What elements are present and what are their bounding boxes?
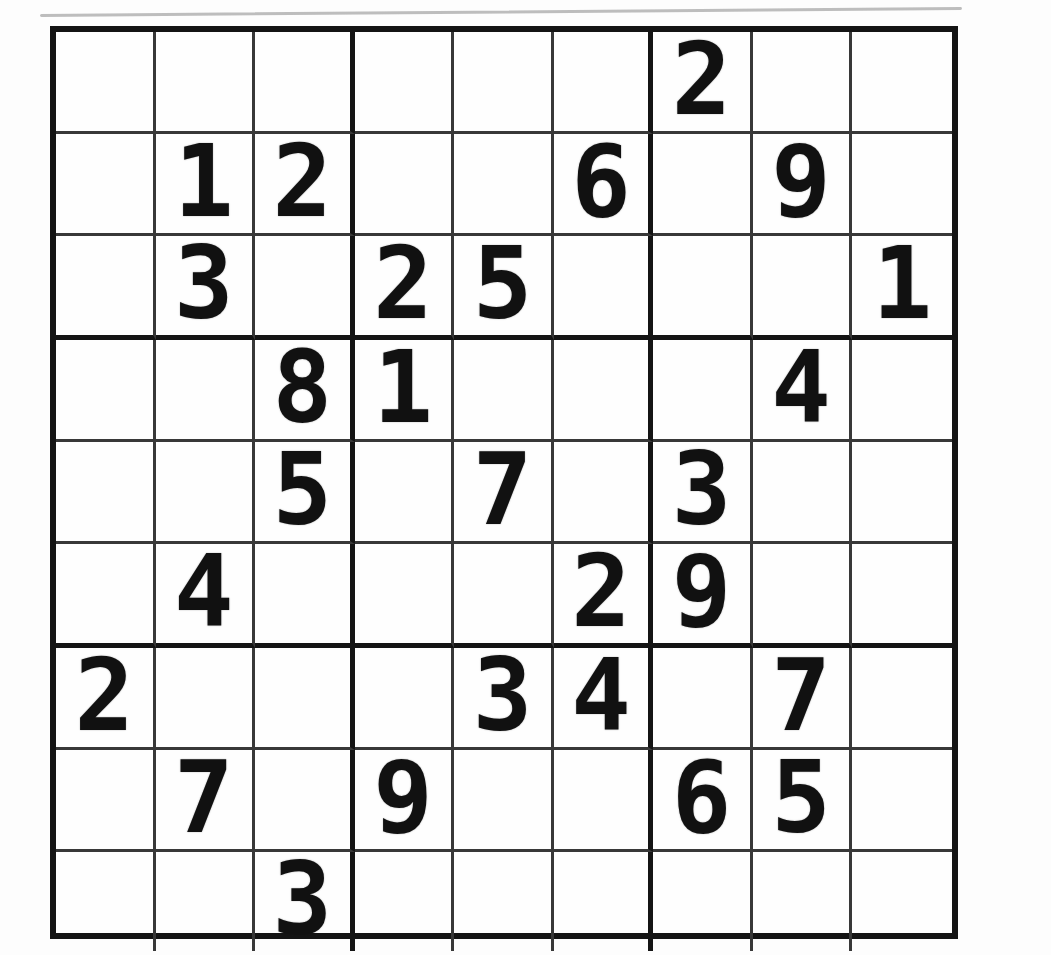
cell-r6c9[interactable] xyxy=(852,544,952,648)
cell-r8c3[interactable] xyxy=(255,750,355,852)
cell-digit: 2 xyxy=(74,646,134,745)
cell-r4c8[interactable]: 4 xyxy=(753,340,853,442)
cell-r2c7[interactable] xyxy=(653,134,753,236)
cell-r2c1[interactable] xyxy=(56,134,156,236)
cell-r4c5[interactable] xyxy=(454,340,554,442)
cell-r2c6[interactable]: 6 xyxy=(554,134,654,236)
cell-digit: 9 xyxy=(672,542,732,641)
cell-digit: 4 xyxy=(174,542,234,641)
cell-r9c1[interactable] xyxy=(56,852,156,951)
cell-r8c6[interactable] xyxy=(554,750,654,852)
cell-digit: 4 xyxy=(571,646,631,745)
cell-digit: 9 xyxy=(771,132,831,231)
cell-r3c5[interactable]: 5 xyxy=(454,236,554,340)
cell-r2c2[interactable]: 1 xyxy=(156,134,256,236)
cell-r5c4[interactable] xyxy=(355,442,455,544)
cell-r6c4[interactable] xyxy=(355,544,455,648)
cell-digit: 4 xyxy=(771,338,831,437)
cell-r7c3[interactable] xyxy=(255,648,355,750)
cell-r1c5[interactable] xyxy=(454,32,554,134)
scan-artifact-line xyxy=(40,7,962,17)
cell-r9c7[interactable] xyxy=(653,852,753,951)
cell-r8c9[interactable] xyxy=(852,750,952,852)
cell-r4c4[interactable]: 1 xyxy=(355,340,455,442)
cell-r4c1[interactable] xyxy=(56,340,156,442)
cell-digit: 8 xyxy=(273,338,333,437)
cell-digit: 2 xyxy=(273,132,333,231)
cell-r8c7[interactable]: 6 xyxy=(653,750,753,852)
cell-r1c2[interactable] xyxy=(156,32,256,134)
cell-r3c3[interactable] xyxy=(255,236,355,340)
cell-r6c2[interactable]: 4 xyxy=(156,544,256,648)
cell-r1c1[interactable] xyxy=(56,32,156,134)
cell-digit: 1 xyxy=(174,132,234,231)
cell-r8c1[interactable] xyxy=(56,750,156,852)
cell-r5c9[interactable] xyxy=(852,442,952,544)
sudoku-board: 212693251814573429234779653 xyxy=(50,26,958,939)
cell-digit: 2 xyxy=(571,542,631,641)
cell-r5c6[interactable] xyxy=(554,442,654,544)
cell-digit: 5 xyxy=(473,234,533,333)
cell-r9c4[interactable] xyxy=(355,852,455,951)
cell-r1c3[interactable] xyxy=(255,32,355,134)
cell-r9c6[interactable] xyxy=(554,852,654,951)
cell-r2c4[interactable] xyxy=(355,134,455,236)
cell-r1c4[interactable] xyxy=(355,32,455,134)
cell-r8c4[interactable]: 9 xyxy=(355,750,455,852)
cell-r6c7[interactable]: 9 xyxy=(653,544,753,648)
cell-r7c7[interactable] xyxy=(653,648,753,750)
cell-r4c3[interactable]: 8 xyxy=(255,340,355,442)
cell-digit: 7 xyxy=(473,440,533,539)
cell-r4c6[interactable] xyxy=(554,340,654,442)
cell-digit: 7 xyxy=(771,646,831,745)
cell-r9c8[interactable] xyxy=(753,852,853,951)
cell-r7c9[interactable] xyxy=(852,648,952,750)
cell-digit: 7 xyxy=(174,748,234,847)
cell-digit: 2 xyxy=(672,30,732,129)
cell-r3c9[interactable]: 1 xyxy=(852,236,952,340)
cell-r7c1[interactable]: 2 xyxy=(56,648,156,750)
cell-r7c8[interactable]: 7 xyxy=(753,648,853,750)
cell-digit: 3 xyxy=(672,440,732,539)
cell-r3c2[interactable]: 3 xyxy=(156,236,256,340)
cell-digit: 3 xyxy=(473,646,533,745)
cell-r9c3[interactable]: 3 xyxy=(255,852,355,951)
cell-r4c9[interactable] xyxy=(852,340,952,442)
cell-r3c6[interactable] xyxy=(554,236,654,340)
cell-r3c4[interactable]: 2 xyxy=(355,236,455,340)
cell-r3c7[interactable] xyxy=(653,236,753,340)
cell-digit: 3 xyxy=(174,234,234,333)
cell-digit: 5 xyxy=(771,748,831,847)
cell-r7c5[interactable]: 3 xyxy=(454,648,554,750)
cell-digit: 9 xyxy=(373,748,433,847)
cell-r9c5[interactable] xyxy=(454,852,554,951)
cell-r7c6[interactable]: 4 xyxy=(554,648,654,750)
cell-r8c8[interactable]: 5 xyxy=(753,750,853,852)
cell-r4c2[interactable] xyxy=(156,340,256,442)
cell-digit: 6 xyxy=(571,132,631,231)
cell-r5c3[interactable]: 5 xyxy=(255,442,355,544)
cell-digit: 1 xyxy=(373,338,433,437)
cell-r1c8[interactable] xyxy=(753,32,853,134)
cell-r6c8[interactable] xyxy=(753,544,853,648)
cell-r1c7[interactable]: 2 xyxy=(653,32,753,134)
cell-digit: 2 xyxy=(373,234,433,333)
cell-digit: 3 xyxy=(273,850,333,949)
cell-digit: 1 xyxy=(872,234,932,333)
cell-digit: 5 xyxy=(273,440,333,539)
cell-r5c8[interactable] xyxy=(753,442,853,544)
cell-r1c6[interactable] xyxy=(554,32,654,134)
cell-r1c9[interactable] xyxy=(852,32,952,134)
cell-r5c5[interactable]: 7 xyxy=(454,442,554,544)
cell-r5c7[interactable]: 3 xyxy=(653,442,753,544)
cell-r7c2[interactable] xyxy=(156,648,256,750)
cell-r4c7[interactable] xyxy=(653,340,753,442)
cell-r2c8[interactable]: 9 xyxy=(753,134,853,236)
cell-r6c1[interactable] xyxy=(56,544,156,648)
cell-r5c1[interactable] xyxy=(56,442,156,544)
cell-r5c2[interactable] xyxy=(156,442,256,544)
cell-r7c4[interactable] xyxy=(355,648,455,750)
cell-r2c5[interactable] xyxy=(454,134,554,236)
cell-r9c9[interactable] xyxy=(852,852,952,951)
cell-r9c2[interactable] xyxy=(156,852,256,951)
cell-r8c5[interactable] xyxy=(454,750,554,852)
cell-digit: 6 xyxy=(672,748,732,847)
cell-r6c6[interactable]: 2 xyxy=(554,544,654,648)
cell-r6c5[interactable] xyxy=(454,544,554,648)
cell-r8c2[interactable]: 7 xyxy=(156,750,256,852)
cell-r3c1[interactable] xyxy=(56,236,156,340)
cell-r6c3[interactable] xyxy=(255,544,355,648)
cell-r2c3[interactable]: 2 xyxy=(255,134,355,236)
cell-r3c8[interactable] xyxy=(753,236,853,340)
cell-r2c9[interactable] xyxy=(852,134,952,236)
